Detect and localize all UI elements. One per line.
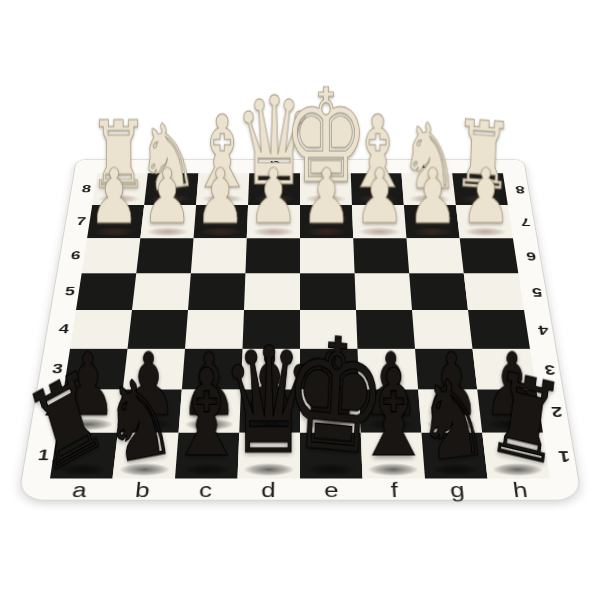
square-c7[interactable]: ♟: [194, 205, 249, 238]
file-letter: c: [198, 479, 212, 502]
mat-corner: [550, 478, 582, 499]
rank-number: 5: [64, 285, 76, 299]
chess-mat: abcdefgh8♜♞♝♛♚♝♞♜87♟♟♟♟♟♟♟♟7665544332♟♟♟…: [17, 159, 583, 500]
square-h6[interactable]: [460, 238, 519, 273]
square-g7[interactable]: ♟: [404, 205, 460, 238]
file-letter: d: [261, 479, 276, 502]
file-letter: a: [71, 479, 89, 502]
photo-scene: abcdefgh8♜♞♝♛♚♝♞♜87♟♟♟♟♟♟♟♟7665544332♟♟♟…: [0, 0, 600, 600]
mat-corner: [18, 478, 50, 499]
square-a6[interactable]: [82, 238, 141, 273]
rank-number: 7: [75, 215, 86, 227]
file-label-bottom-d: d: [237, 478, 300, 499]
square-h7[interactable]: ♟: [456, 205, 513, 238]
rank-label-right-5: 5: [518, 273, 549, 310]
file-letter: h: [512, 479, 530, 502]
square-a7[interactable]: ♟: [87, 205, 144, 238]
black-knight-g1[interactable]: ♞: [413, 361, 492, 478]
file-letter: g: [449, 479, 466, 502]
square-h1[interactable]: ♜: [482, 433, 550, 479]
file-letter: b: [134, 479, 151, 502]
square-c5[interactable]: [188, 273, 245, 310]
square-f6[interactable]: [353, 238, 409, 273]
white-pawn-b7[interactable]: ♟: [142, 159, 192, 235]
file-label-bottom-h: h: [488, 478, 554, 499]
file-letter: f: [390, 479, 399, 502]
square-a5[interactable]: [76, 273, 136, 310]
square-b6[interactable]: [136, 238, 193, 273]
rank-label-right-6: 6: [513, 238, 543, 273]
white-pawn-e7[interactable]: ♟: [301, 159, 351, 235]
white-pawn-f7[interactable]: ♟: [355, 159, 405, 235]
perspective-wrapper: abcdefgh8♜♞♝♛♚♝♞♜87♟♟♟♟♟♟♟♟7665544332♟♟♟…: [0, 0, 600, 600]
file-label-bottom-g: g: [425, 478, 490, 499]
square-f5[interactable]: [355, 273, 412, 310]
square-d7[interactable]: ♟: [247, 205, 300, 238]
square-f7[interactable]: ♟: [352, 205, 407, 238]
file-label-bottom-f: f: [363, 478, 427, 499]
white-pawn-d7[interactable]: ♟: [248, 159, 298, 235]
rank-number: 1: [557, 447, 571, 464]
square-g1[interactable]: ♞: [421, 433, 487, 479]
square-g5[interactable]: [409, 273, 468, 310]
rank-number: 8: [514, 183, 525, 195]
file-label-bottom-a: a: [47, 478, 113, 499]
square-e6[interactable]: [300, 238, 355, 273]
black-rook-h1[interactable]: ♜: [482, 356, 569, 483]
rank-number: 5: [531, 285, 543, 299]
square-g6[interactable]: [406, 238, 463, 273]
rank-label-right-7: 7: [508, 205, 537, 238]
white-pawn-h7[interactable]: ♟: [461, 159, 511, 235]
square-h5[interactable]: [464, 273, 524, 310]
square-b7[interactable]: ♟: [140, 205, 196, 238]
white-pawn-a7[interactable]: ♟: [89, 159, 139, 235]
square-d6[interactable]: [245, 238, 300, 273]
rank-number: 6: [70, 249, 82, 262]
rank-number: 6: [525, 249, 537, 262]
file-label-bottom-e: e: [300, 478, 363, 499]
square-e7[interactable]: ♟: [300, 205, 353, 238]
rank-number: 7: [520, 215, 531, 227]
file-label-bottom-b: b: [110, 478, 175, 499]
white-pawn-c7[interactable]: ♟: [195, 159, 245, 235]
square-f1[interactable]: ♝: [361, 433, 425, 479]
white-pawn-g7[interactable]: ♟: [408, 159, 458, 235]
square-b5[interactable]: [132, 273, 191, 310]
square-c6[interactable]: [191, 238, 247, 273]
file-letter: e: [324, 479, 339, 502]
file-label-bottom-c: c: [173, 478, 237, 499]
